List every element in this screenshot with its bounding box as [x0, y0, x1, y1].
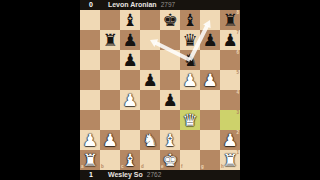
square-a6[interactable]: [80, 50, 100, 70]
black-bishop-f8[interactable]: ♝: [180, 10, 200, 30]
player-bar-white: 1 Wesley So 2762: [80, 170, 240, 180]
square-f5[interactable]: ♟: [180, 70, 200, 90]
square-f1[interactable]: f: [180, 150, 200, 170]
black-player-rating: 2797: [161, 0, 175, 10]
square-g7[interactable]: ♟: [200, 30, 220, 50]
square-a5[interactable]: [80, 70, 100, 90]
square-a8[interactable]: [80, 10, 100, 30]
square-f4[interactable]: [180, 90, 200, 110]
square-g2[interactable]: [200, 130, 220, 150]
white-player-rating: 2762: [147, 170, 161, 180]
square-c2[interactable]: [120, 130, 140, 150]
square-d7[interactable]: [140, 30, 160, 50]
white-player-name: Wesley So: [108, 170, 143, 180]
player-bar-black: 0 Levon Aronian 2797: [80, 0, 240, 10]
square-c3[interactable]: [120, 110, 140, 130]
square-b1[interactable]: b: [100, 150, 120, 170]
square-h6[interactable]: 6: [220, 50, 240, 70]
square-f2[interactable]: [180, 130, 200, 150]
white-pawn-f5[interactable]: ♟: [180, 70, 200, 90]
square-a7[interactable]: [80, 30, 100, 50]
black-king-e8[interactable]: ♚: [160, 10, 180, 30]
white-pawn-b2[interactable]: ♟: [100, 130, 120, 150]
square-b5[interactable]: [100, 70, 120, 90]
square-g3[interactable]: [200, 110, 220, 130]
white-rook-h1[interactable]: ♜: [220, 150, 240, 170]
square-e7[interactable]: [160, 30, 180, 50]
black-queen-f7[interactable]: ♛: [180, 30, 200, 50]
square-c7[interactable]: ♟: [120, 30, 140, 50]
square-a2[interactable]: ♟: [80, 130, 100, 150]
chess-board[interactable]: ♝♚♝♜8♜♟♛♟♟7♟♞6♟♟♟5♟♟4♛3♟♟♞♝♟2♜ab♝cd♚efg♜…: [80, 10, 240, 170]
white-pawn-g5[interactable]: ♟: [200, 70, 220, 90]
square-c5[interactable]: [120, 70, 140, 90]
white-pawn-c4[interactable]: ♟: [120, 90, 140, 110]
square-h7[interactable]: ♟7: [220, 30, 240, 50]
square-g6[interactable]: [200, 50, 220, 70]
square-b4[interactable]: [100, 90, 120, 110]
square-b3[interactable]: [100, 110, 120, 130]
coord-rank-6: 6: [236, 51, 239, 56]
square-e3[interactable]: [160, 110, 180, 130]
square-d3[interactable]: [140, 110, 160, 130]
square-g5[interactable]: ♟: [200, 70, 220, 90]
square-d1[interactable]: d: [140, 150, 160, 170]
square-b8[interactable]: [100, 10, 120, 30]
square-f3[interactable]: ♛: [180, 110, 200, 130]
coord-rank-4: 4: [236, 91, 239, 96]
square-h1[interactable]: ♜h1: [220, 150, 240, 170]
coord-rank-3: 3: [236, 111, 239, 116]
black-pawn-d5[interactable]: ♟: [140, 70, 160, 90]
white-match-score: 1: [89, 170, 93, 180]
square-h2[interactable]: ♟2: [220, 130, 240, 150]
black-bishop-c8[interactable]: ♝: [120, 10, 140, 30]
square-e8[interactable]: ♚: [160, 10, 180, 30]
square-h3[interactable]: 3: [220, 110, 240, 130]
white-pawn-a2[interactable]: ♟: [80, 130, 100, 150]
square-b2[interactable]: ♟: [100, 130, 120, 150]
white-pawn-h2[interactable]: ♟: [220, 130, 240, 150]
black-pawn-e4[interactable]: ♟: [160, 90, 180, 110]
black-pawn-c7[interactable]: ♟: [120, 30, 140, 50]
coord-file-d: d: [141, 165, 144, 170]
square-f8[interactable]: ♝: [180, 10, 200, 30]
square-d4[interactable]: [140, 90, 160, 110]
square-h8[interactable]: ♜8: [220, 10, 240, 30]
square-c6[interactable]: ♟: [120, 50, 140, 70]
coord-file-b: b: [101, 165, 104, 170]
square-c8[interactable]: ♝: [120, 10, 140, 30]
black-pawn-h7[interactable]: ♟: [220, 30, 240, 50]
square-h5[interactable]: 5: [220, 70, 240, 90]
black-knight-f6[interactable]: ♞: [180, 50, 200, 70]
white-knight-d2[interactable]: ♞: [140, 130, 160, 150]
video-frame: 0 Levon Aronian 2797 ♝♚♝♜8♜♟♛♟♟7♟♞6♟♟♟5♟…: [0, 0, 320, 180]
square-c1[interactable]: ♝c: [120, 150, 140, 170]
square-f7[interactable]: ♛: [180, 30, 200, 50]
square-d8[interactable]: [140, 10, 160, 30]
black-pawn-g7[interactable]: ♟: [200, 30, 220, 50]
square-h4[interactable]: 4: [220, 90, 240, 110]
square-g1[interactable]: g: [200, 150, 220, 170]
white-queen-f3[interactable]: ♛: [180, 110, 200, 130]
coord-file-f: f: [181, 165, 183, 170]
black-match-score: 0: [89, 0, 93, 10]
square-b7[interactable]: ♜: [100, 30, 120, 50]
coord-rank-5: 5: [236, 71, 239, 76]
white-bishop-c1[interactable]: ♝: [120, 150, 140, 170]
coord-file-g: g: [201, 165, 204, 170]
black-pawn-c6[interactable]: ♟: [120, 50, 140, 70]
square-e2[interactable]: ♝: [160, 130, 180, 150]
square-c4[interactable]: ♟: [120, 90, 140, 110]
square-b6[interactable]: [100, 50, 120, 70]
white-king-e1[interactable]: ♚: [160, 150, 180, 170]
square-e5[interactable]: [160, 70, 180, 90]
square-e6[interactable]: [160, 50, 180, 70]
square-e4[interactable]: ♟: [160, 90, 180, 110]
square-a1[interactable]: ♜a: [80, 150, 100, 170]
black-player-name: Levon Aronian: [108, 0, 157, 10]
square-d5[interactable]: ♟: [140, 70, 160, 90]
square-f6[interactable]: ♞: [180, 50, 200, 70]
black-rook-b7[interactable]: ♜: [100, 30, 120, 50]
square-g4[interactable]: [200, 90, 220, 110]
square-a4[interactable]: [80, 90, 100, 110]
square-g8[interactable]: [200, 10, 220, 30]
square-d6[interactable]: [140, 50, 160, 70]
white-bishop-e2[interactable]: ♝: [160, 130, 180, 150]
black-rook-h8[interactable]: ♜: [220, 10, 240, 30]
white-rook-a1[interactable]: ♜: [80, 150, 100, 170]
square-d2[interactable]: ♞: [140, 130, 160, 150]
square-e1[interactable]: ♚e: [160, 150, 180, 170]
square-a3[interactable]: [80, 110, 100, 130]
